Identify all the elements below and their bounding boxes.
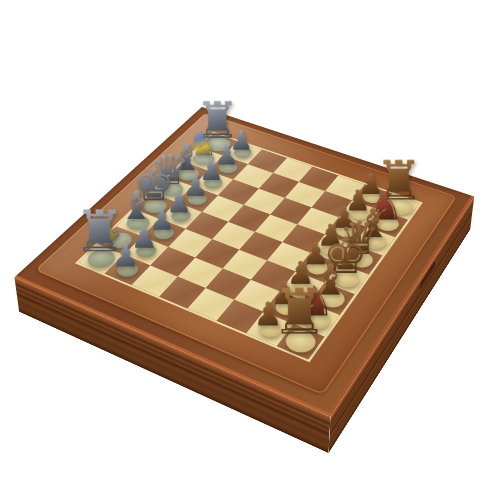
black-rook-glyph: ♜ — [271, 281, 327, 344]
square-h4 — [159, 277, 205, 309]
chess-set-scene: ♜♟♟♜♞♟♟♞♝♟♟♝♛♟♟♛♚♟♟♚♝♟♟♝♞♟♟♞♜♟♟♜ — [0, 0, 500, 500]
square-h8: ♜ — [277, 324, 325, 359]
board-frame: ♜♟♟♜♞♟♟♞♝♟♟♝♛♟♟♛♚♟♟♚♝♟♟♝♞♟♟♞♜♟♟♜ — [35, 113, 457, 395]
white-pawn-glyph: ♟ — [100, 241, 152, 272]
photo-canvas: ♜♟♟♜♞♟♟♞♝♟♟♝♛♟♟♛♚♟♟♚♝♟♟♝♞♟♟♞♜♟♟♜ — [0, 0, 500, 500]
piece-white-pawn: ♟ — [100, 241, 152, 272]
chess-box: ♜♟♟♜♞♟♟♞♝♟♟♝♛♟♟♛♚♟♟♚♝♟♟♝♞♟♟♞♜♟♟♜ — [14, 107, 474, 417]
piece-black-rook: ♜ — [271, 281, 327, 344]
drawer-notch — [420, 260, 436, 290]
